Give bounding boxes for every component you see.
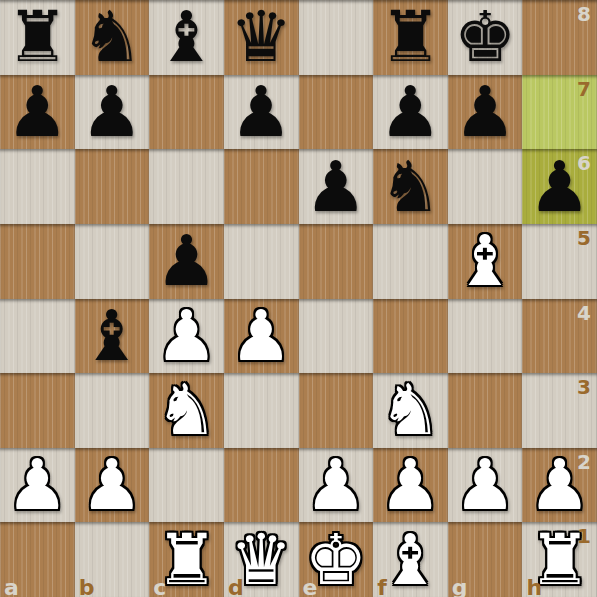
square-d2[interactable] [224,448,299,523]
square-h6[interactable]: ♟6 [522,149,597,224]
piece-white-rook[interactable]: ♜ [528,523,591,597]
piece-black-bishop[interactable]: ♝ [81,299,144,373]
piece-white-pawn[interactable]: ♟ [304,448,367,522]
rank-label-5: 5 [577,226,591,250]
chess-board: ♜♞♝♛♜♚8♟♟♟♟♟7♟♞♟6♟♝5♝♟♟4♞♞3♟♟♟♟♟♟2ab♜c♛d… [0,0,597,597]
square-a5[interactable] [0,224,75,299]
piece-white-pawn[interactable]: ♟ [155,299,218,373]
piece-black-pawn[interactable]: ♟ [230,75,293,149]
rank-label-8: 8 [577,2,591,26]
piece-black-pawn[interactable]: ♟ [155,224,218,298]
square-g7[interactable]: ♟ [448,75,523,150]
square-h8[interactable]: 8 [522,0,597,75]
piece-black-pawn[interactable]: ♟ [454,75,517,149]
piece-white-pawn[interactable]: ♟ [528,448,591,522]
square-c7[interactable] [149,75,224,150]
square-b3[interactable] [75,373,150,448]
square-a8[interactable]: ♜ [0,0,75,75]
square-d3[interactable] [224,373,299,448]
square-a7[interactable]: ♟ [0,75,75,150]
square-b8[interactable]: ♞ [75,0,150,75]
square-d8[interactable]: ♛ [224,0,299,75]
piece-white-bishop[interactable]: ♝ [379,523,442,597]
square-h1[interactable]: ♜1h [522,522,597,597]
square-b5[interactable] [75,224,150,299]
square-f5[interactable] [373,224,448,299]
square-g3[interactable] [448,373,523,448]
square-c3[interactable]: ♞ [149,373,224,448]
square-a6[interactable] [0,149,75,224]
piece-black-queen[interactable]: ♛ [230,0,293,74]
square-c1[interactable]: ♜c [149,522,224,597]
square-g5[interactable]: ♝ [448,224,523,299]
square-b7[interactable]: ♟ [75,75,150,150]
square-e8[interactable] [299,0,374,75]
piece-black-knight[interactable]: ♞ [379,150,442,224]
square-b4[interactable]: ♝ [75,299,150,374]
piece-white-bishop[interactable]: ♝ [454,224,517,298]
square-d5[interactable] [224,224,299,299]
square-g4[interactable] [448,299,523,374]
square-e5[interactable] [299,224,374,299]
square-e6[interactable]: ♟ [299,149,374,224]
square-e7[interactable] [299,75,374,150]
square-a3[interactable] [0,373,75,448]
rank-label-7: 7 [577,77,591,101]
piece-black-pawn[interactable]: ♟ [528,150,591,224]
square-b2[interactable]: ♟ [75,448,150,523]
square-h4[interactable]: 4 [522,299,597,374]
file-label-a: a [4,575,19,597]
piece-white-queen[interactable]: ♛ [230,523,293,597]
file-label-g: g [452,575,468,597]
square-c8[interactable]: ♝ [149,0,224,75]
piece-black-pawn[interactable]: ♟ [81,75,144,149]
piece-white-pawn[interactable]: ♟ [6,448,69,522]
piece-white-pawn[interactable]: ♟ [81,448,144,522]
rank-label-4: 4 [577,301,591,325]
square-c5[interactable]: ♟ [149,224,224,299]
square-d6[interactable] [224,149,299,224]
piece-black-pawn[interactable]: ♟ [379,75,442,149]
piece-white-knight[interactable]: ♞ [155,373,218,447]
square-b1[interactable]: b [75,522,150,597]
square-f7[interactable]: ♟ [373,75,448,150]
square-g1[interactable]: g [448,522,523,597]
square-h7[interactable]: 7 [522,75,597,150]
square-b6[interactable] [75,149,150,224]
piece-black-rook[interactable]: ♜ [379,0,442,74]
square-g2[interactable]: ♟ [448,448,523,523]
rank-label-3: 3 [577,375,591,399]
square-e4[interactable] [299,299,374,374]
square-f6[interactable]: ♞ [373,149,448,224]
piece-white-pawn[interactable]: ♟ [379,448,442,522]
square-f3[interactable]: ♞ [373,373,448,448]
piece-black-pawn[interactable]: ♟ [6,75,69,149]
file-label-b: b [79,575,95,597]
piece-black-pawn[interactable]: ♟ [304,150,367,224]
square-a2[interactable]: ♟ [0,448,75,523]
square-c4[interactable]: ♟ [149,299,224,374]
piece-white-king[interactable]: ♚ [304,523,367,597]
square-d1[interactable]: ♛d [224,522,299,597]
square-d7[interactable]: ♟ [224,75,299,150]
square-c2[interactable] [149,448,224,523]
square-g8[interactable]: ♚ [448,0,523,75]
square-f8[interactable]: ♜ [373,0,448,75]
piece-white-rook[interactable]: ♜ [155,523,218,597]
piece-black-rook[interactable]: ♜ [6,0,69,74]
piece-black-bishop[interactable]: ♝ [155,0,218,74]
piece-white-knight[interactable]: ♞ [379,373,442,447]
square-f4[interactable] [373,299,448,374]
square-g6[interactable] [448,149,523,224]
square-f2[interactable]: ♟ [373,448,448,523]
square-d4[interactable]: ♟ [224,299,299,374]
square-e3[interactable] [299,373,374,448]
square-h2[interactable]: ♟2 [522,448,597,523]
piece-black-king[interactable]: ♚ [454,0,517,74]
square-e2[interactable]: ♟ [299,448,374,523]
piece-white-pawn[interactable]: ♟ [454,448,517,522]
square-a1[interactable]: a [0,522,75,597]
piece-black-knight[interactable]: ♞ [81,0,144,74]
square-h5[interactable]: 5 [522,224,597,299]
square-f1[interactable]: ♝f [373,522,448,597]
square-e1[interactable]: ♚e [299,522,374,597]
square-c6[interactable] [149,149,224,224]
square-a4[interactable] [0,299,75,374]
piece-white-pawn[interactable]: ♟ [230,299,293,373]
square-h3[interactable]: 3 [522,373,597,448]
chess-board-container: ♜♞♝♛♜♚8♟♟♟♟♟7♟♞♟6♟♝5♝♟♟4♞♞3♟♟♟♟♟♟2ab♜c♛d… [0,0,597,597]
